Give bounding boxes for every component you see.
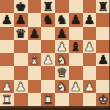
square-a1[interactable]: ♜ [0,93,14,106]
square-a5[interactable] [0,40,14,53]
black-pawn-h4[interactable]: ♟ [98,53,109,66]
square-d3[interactable] [41,66,55,79]
square-c8[interactable] [28,0,42,13]
white-knight-e4[interactable]: ♞ [56,53,67,66]
white-rook-d1[interactable]: ♜ [43,92,54,105]
white-king-h1[interactable]: ♚ [98,92,109,105]
square-f4[interactable] [69,53,83,66]
square-a7[interactable]: ♟ [0,13,14,26]
square-f5[interactable]: ♝ [69,40,83,53]
square-b1[interactable] [14,93,28,106]
square-a6[interactable] [0,27,14,40]
square-d6[interactable] [41,27,55,40]
black-pawn-e6[interactable]: ♟ [56,26,67,39]
square-h1[interactable]: ♚ [96,93,110,106]
square-d4[interactable]: ♟ [41,53,55,66]
board-right-edge [109,0,110,110]
square-a4[interactable] [0,53,14,66]
black-pawn-f7[interactable]: ♟ [70,13,81,26]
square-h7[interactable] [96,13,110,26]
square-c1[interactable] [28,93,42,106]
square-h3[interactable] [96,66,110,79]
white-knight-e2[interactable]: ♞ [56,79,67,92]
square-b4[interactable] [14,53,28,66]
white-pawn-e5[interactable]: ♟ [56,39,67,52]
square-e2[interactable]: ♞ [55,80,69,93]
square-g2[interactable]: ♟ [83,80,97,93]
white-rook-a1[interactable]: ♜ [1,92,12,105]
square-c2[interactable] [28,80,42,93]
white-pawn-f2[interactable]: ♟ [70,79,81,92]
chess-board: ♚♜♜♟♟♞♞♟♟♛♟♟♟♝♟♝♟♞♟♛♟♟♞♟♟♜♜♚ [0,0,110,106]
square-h6[interactable] [96,27,110,40]
black-pawn-a7[interactable]: ♟ [1,13,12,26]
square-g5[interactable]: ♟ [83,40,97,53]
white-bishop-c4[interactable]: ♝ [29,53,40,66]
square-c6[interactable]: ♟ [28,27,42,40]
black-queen-b6[interactable]: ♛ [15,26,26,39]
white-pawn-g2[interactable]: ♟ [84,79,95,92]
white-queen-e3[interactable]: ♛ [56,66,67,79]
black-pawn-g7[interactable]: ♟ [84,13,95,26]
square-e1[interactable] [55,93,69,106]
square-d1[interactable]: ♜ [41,93,55,106]
square-f7[interactable]: ♟ [69,13,83,26]
square-g4[interactable] [83,53,97,66]
white-pawn-b2[interactable]: ♟ [15,79,26,92]
square-d7[interactable]: ♞ [41,13,55,26]
square-g7[interactable]: ♟ [83,13,97,26]
square-h8[interactable]: ♜ [96,0,110,13]
square-g1[interactable] [83,93,97,106]
black-pawn-b7[interactable]: ♟ [15,13,26,26]
square-c3[interactable] [28,66,42,79]
white-pawn-a2[interactable]: ♟ [1,79,12,92]
square-c4[interactable]: ♝ [28,53,42,66]
black-pawn-c6[interactable]: ♟ [29,26,40,39]
chess-app-screenshot: ♚♜♜♟♟♞♞♟♟♛♟♟♟♝♟♝♟♞♟♛♟♟♞♟♟♜♜♚ [0,0,110,110]
board-bottom-edge [0,106,110,110]
white-pawn-g5[interactable]: ♟ [84,39,95,52]
square-b5[interactable] [14,40,28,53]
square-b6[interactable]: ♛ [14,27,28,40]
square-f2[interactable]: ♟ [69,80,83,93]
black-knight-d7[interactable]: ♞ [43,13,54,26]
square-f1[interactable] [69,93,83,106]
square-h4[interactable]: ♟ [96,53,110,66]
black-rook-h8[interactable]: ♜ [98,0,109,13]
white-pawn-d4[interactable]: ♟ [43,53,54,66]
square-b2[interactable]: ♟ [14,80,28,93]
black-knight-e7[interactable]: ♞ [56,13,67,26]
black-bishop-f5[interactable]: ♝ [70,39,81,52]
